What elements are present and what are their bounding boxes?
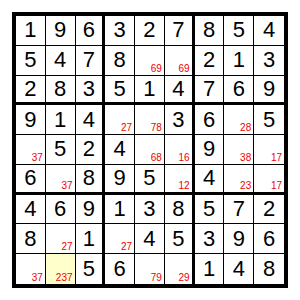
cell-r5c7[interactable]: 9 bbox=[195, 135, 225, 165]
cell-r8c9[interactable]: 6 bbox=[254, 224, 284, 254]
cell-r9c3[interactable]: 5 bbox=[76, 254, 106, 284]
cell-r3c7[interactable]: 7 bbox=[195, 76, 225, 106]
cell-value: 9 bbox=[114, 167, 126, 189]
cell-r9c6[interactable]: 29 bbox=[165, 254, 195, 284]
cell-value: 2 bbox=[203, 49, 215, 71]
cell-value: 1 bbox=[233, 49, 245, 71]
pencil-marks: 69 bbox=[151, 64, 162, 74]
cell-r1c3[interactable]: 6 bbox=[76, 16, 106, 46]
cell-r8c6[interactable]: 5 bbox=[165, 224, 195, 254]
cell-r2c6[interactable]: 69 bbox=[165, 46, 195, 76]
cell-value: 8 bbox=[263, 258, 275, 280]
cell-r7c1[interactable]: 4 bbox=[16, 195, 46, 225]
cell-value: 6 bbox=[24, 167, 36, 189]
cell-value: 7 bbox=[233, 198, 245, 220]
cell-r7c4[interactable]: 1 bbox=[105, 195, 135, 225]
cell-r2c8[interactable]: 1 bbox=[224, 46, 254, 76]
cell-r8c2[interactable]: 27 bbox=[46, 224, 76, 254]
pencil-marks: 68 bbox=[151, 153, 162, 163]
cell-value: 8 bbox=[24, 228, 36, 250]
pencil-marks: 79 bbox=[151, 273, 162, 283]
pencil-marks: 17 bbox=[271, 181, 282, 191]
cell-value: 9 bbox=[54, 19, 66, 41]
pencil-marks: 69 bbox=[179, 64, 190, 74]
cell-r7c7[interactable]: 5 bbox=[195, 195, 225, 225]
cell-value: 6 bbox=[54, 198, 66, 220]
sudoku-board: 1963278545478696921328351476991427783628… bbox=[12, 12, 288, 288]
cell-r2c1[interactable]: 5 bbox=[16, 46, 46, 76]
cell-r3c2[interactable]: 8 bbox=[46, 76, 76, 106]
cell-r9c7[interactable]: 1 bbox=[195, 254, 225, 284]
cell-r4c8[interactable]: 28 bbox=[224, 105, 254, 135]
cell-r5c5[interactable]: 68 bbox=[135, 135, 165, 165]
cell-r5c9[interactable]: 17 bbox=[254, 135, 284, 165]
cell-value: 6 bbox=[114, 258, 126, 280]
cell-r6c9[interactable]: 17 bbox=[254, 165, 284, 195]
cell-r6c6[interactable]: 12 bbox=[165, 165, 195, 195]
cell-value: 1 bbox=[203, 258, 215, 280]
cell-r6c7[interactable]: 4 bbox=[195, 165, 225, 195]
cell-value: 2 bbox=[83, 138, 95, 160]
cell-r5c3[interactable]: 2 bbox=[76, 135, 106, 165]
cell-r3c6[interactable]: 4 bbox=[165, 76, 195, 106]
cell-r3c1[interactable]: 2 bbox=[16, 76, 46, 106]
cell-r2c4[interactable]: 8 bbox=[105, 46, 135, 76]
cell-value: 4 bbox=[233, 258, 245, 280]
cell-value: 9 bbox=[24, 109, 36, 131]
cell-value: 4 bbox=[203, 167, 215, 189]
cell-r1c2[interactable]: 9 bbox=[46, 16, 76, 46]
pencil-marks: 237 bbox=[56, 273, 73, 283]
pencil-marks: 37 bbox=[32, 153, 43, 163]
cell-r3c3[interactable]: 3 bbox=[76, 76, 106, 106]
cell-r4c1[interactable]: 9 bbox=[16, 105, 46, 135]
cell-value: 4 bbox=[83, 109, 95, 131]
cell-r2c2[interactable]: 4 bbox=[46, 46, 76, 76]
cell-r1c9[interactable]: 4 bbox=[254, 16, 284, 46]
cell-r3c5[interactable]: 1 bbox=[135, 76, 165, 106]
cell-r3c4[interactable]: 5 bbox=[105, 76, 135, 106]
pencil-marks: 12 bbox=[179, 181, 190, 191]
cell-r9c5[interactable]: 79 bbox=[135, 254, 165, 284]
cell-value: 9 bbox=[233, 228, 245, 250]
cell-value: 2 bbox=[263, 198, 275, 220]
cell-value: 3 bbox=[203, 228, 215, 250]
cell-value: 3 bbox=[83, 78, 95, 100]
cell-r8c5[interactable]: 4 bbox=[135, 224, 165, 254]
cell-r3c8[interactable]: 6 bbox=[224, 76, 254, 106]
cell-r8c1[interactable]: 8 bbox=[16, 224, 46, 254]
cell-value: 7 bbox=[172, 19, 184, 41]
pencil-marks: 17 bbox=[271, 153, 282, 163]
cell-r7c2[interactable]: 6 bbox=[46, 195, 76, 225]
cell-value: 9 bbox=[263, 78, 275, 100]
cell-r2c5[interactable]: 69 bbox=[135, 46, 165, 76]
cell-r6c1[interactable]: 6 bbox=[16, 165, 46, 195]
cell-r9c2[interactable]: 237 bbox=[46, 254, 76, 284]
cell-value: 8 bbox=[54, 78, 66, 100]
cell-value: 1 bbox=[143, 78, 155, 100]
cell-r4c2[interactable]: 1 bbox=[46, 105, 76, 135]
cell-r3c9[interactable]: 9 bbox=[254, 76, 284, 106]
cell-value: 8 bbox=[172, 198, 184, 220]
cell-r7c3[interactable]: 9 bbox=[76, 195, 106, 225]
cell-r4c9[interactable]: 5 bbox=[254, 105, 284, 135]
cell-r1c6[interactable]: 7 bbox=[165, 16, 195, 46]
cell-r7c5[interactable]: 3 bbox=[135, 195, 165, 225]
cell-r2c9[interactable]: 3 bbox=[254, 46, 284, 76]
cell-value: 8 bbox=[203, 19, 215, 41]
cell-r6c3[interactable]: 8 bbox=[76, 165, 106, 195]
cell-r6c8[interactable]: 23 bbox=[224, 165, 254, 195]
cell-value: 1 bbox=[24, 19, 36, 41]
pencil-marks: 28 bbox=[240, 123, 251, 133]
pencil-marks: 16 bbox=[179, 153, 190, 163]
pencil-marks: 27 bbox=[61, 242, 72, 252]
pencil-marks: 29 bbox=[179, 273, 190, 283]
cell-r8c8[interactable]: 9 bbox=[224, 224, 254, 254]
cell-value: 4 bbox=[114, 138, 126, 160]
pencil-marks: 27 bbox=[121, 123, 132, 133]
cell-r2c3[interactable]: 7 bbox=[76, 46, 106, 76]
cell-value: 9 bbox=[83, 198, 95, 220]
cell-value: 4 bbox=[143, 228, 155, 250]
cell-r1c1[interactable]: 1 bbox=[16, 16, 46, 46]
cell-value: 1 bbox=[114, 198, 126, 220]
cell-r8c7[interactable]: 3 bbox=[195, 224, 225, 254]
cell-value: 6 bbox=[233, 78, 245, 100]
pencil-marks: 38 bbox=[240, 153, 251, 163]
cell-r1c7[interactable]: 8 bbox=[195, 16, 225, 46]
cell-r9c4[interactable]: 6 bbox=[105, 254, 135, 284]
cell-r4c6[interactable]: 3 bbox=[165, 105, 195, 135]
cell-r5c4[interactable]: 4 bbox=[105, 135, 135, 165]
cell-value: 9 bbox=[203, 138, 215, 160]
cell-value: 4 bbox=[263, 19, 275, 41]
cell-value: 5 bbox=[203, 198, 215, 220]
cell-r5c2[interactable]: 5 bbox=[46, 135, 76, 165]
cell-r6c5[interactable]: 5 bbox=[135, 165, 165, 195]
pencil-marks: 78 bbox=[151, 123, 162, 133]
cell-value: 5 bbox=[263, 109, 275, 131]
cell-value: 5 bbox=[233, 19, 245, 41]
cell-value: 7 bbox=[83, 49, 95, 71]
cell-value: 5 bbox=[83, 258, 95, 280]
cell-value: 4 bbox=[54, 49, 66, 71]
cell-r8c3[interactable]: 1 bbox=[76, 224, 106, 254]
cell-r4c3[interactable]: 4 bbox=[76, 105, 106, 135]
cell-r1c5[interactable]: 2 bbox=[135, 16, 165, 46]
cell-r5c1[interactable]: 37 bbox=[16, 135, 46, 165]
pencil-marks: 27 bbox=[121, 242, 132, 252]
cell-value: 8 bbox=[114, 49, 126, 71]
cell-r1c8[interactable]: 5 bbox=[224, 16, 254, 46]
cell-r9c1[interactable]: 37 bbox=[16, 254, 46, 284]
cell-value: 3 bbox=[114, 19, 126, 41]
cell-value: 7 bbox=[203, 78, 215, 100]
cell-r5c6[interactable]: 16 bbox=[165, 135, 195, 165]
cell-value: 5 bbox=[54, 138, 66, 160]
cell-value: 3 bbox=[172, 109, 184, 131]
cell-value: 3 bbox=[263, 49, 275, 71]
cell-r4c7[interactable]: 6 bbox=[195, 105, 225, 135]
pencil-marks: 37 bbox=[61, 181, 72, 191]
pencil-marks: 23 bbox=[240, 181, 251, 191]
cell-value: 2 bbox=[143, 19, 155, 41]
cell-r9c9[interactable]: 8 bbox=[254, 254, 284, 284]
cell-r7c9[interactable]: 2 bbox=[254, 195, 284, 225]
cell-value: 6 bbox=[263, 228, 275, 250]
cell-value: 5 bbox=[24, 49, 36, 71]
cell-r7c6[interactable]: 8 bbox=[165, 195, 195, 225]
cell-value: 8 bbox=[83, 167, 95, 189]
cell-r2c7[interactable]: 2 bbox=[195, 46, 225, 76]
cell-value: 5 bbox=[114, 78, 126, 100]
cell-value: 5 bbox=[172, 228, 184, 250]
cell-value: 4 bbox=[24, 198, 36, 220]
pencil-marks: 37 bbox=[32, 273, 43, 283]
cell-r4c4[interactable]: 27 bbox=[105, 105, 135, 135]
cell-r5c8[interactable]: 38 bbox=[224, 135, 254, 165]
cell-value: 4 bbox=[172, 78, 184, 100]
cell-r9c8[interactable]: 4 bbox=[224, 254, 254, 284]
cell-value: 1 bbox=[54, 109, 66, 131]
cell-value: 6 bbox=[83, 19, 95, 41]
cell-r1c4[interactable]: 3 bbox=[105, 16, 135, 46]
cell-r4c5[interactable]: 78 bbox=[135, 105, 165, 135]
cell-value: 6 bbox=[203, 109, 215, 131]
cell-value: 1 bbox=[83, 228, 95, 250]
cell-r6c4[interactable]: 9 bbox=[105, 165, 135, 195]
cell-value: 3 bbox=[143, 198, 155, 220]
cell-r6c2[interactable]: 37 bbox=[46, 165, 76, 195]
cell-value: 2 bbox=[24, 78, 36, 100]
cell-r8c4[interactable]: 27 bbox=[105, 224, 135, 254]
cell-value: 5 bbox=[143, 167, 155, 189]
cell-r7c8[interactable]: 7 bbox=[224, 195, 254, 225]
